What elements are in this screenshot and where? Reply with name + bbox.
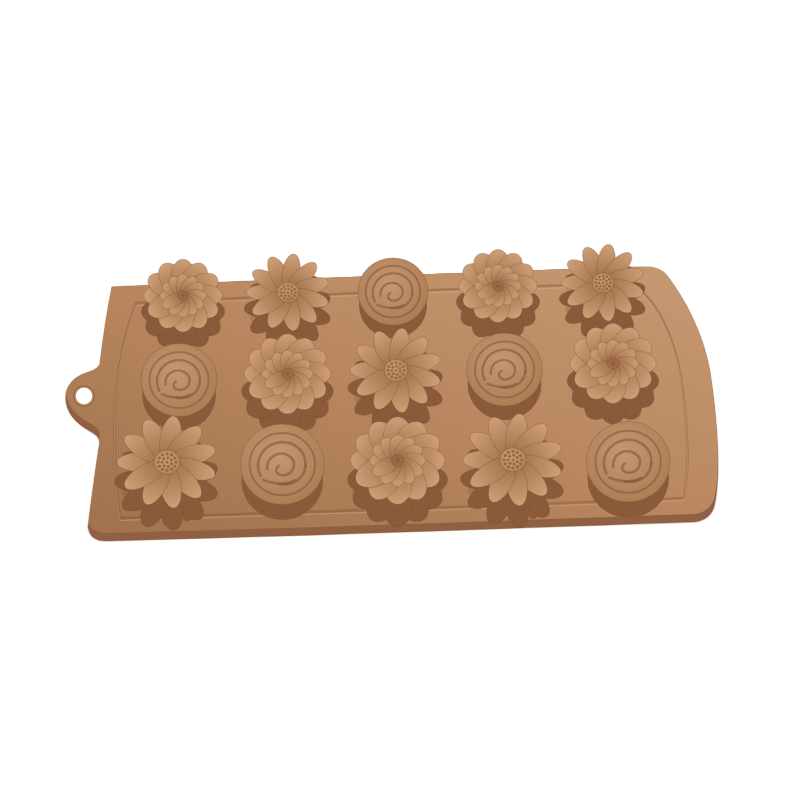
- chrysanthemum-center-dot: [285, 372, 289, 376]
- disk-dot: [174, 461, 177, 464]
- disk-dot: [508, 462, 511, 465]
- disk-dot: [161, 453, 164, 456]
- disk-dot: [170, 462, 173, 465]
- disk-dot: [598, 276, 601, 279]
- disk-dot: [392, 366, 395, 369]
- rose-top-face: [467, 333, 543, 406]
- disk-dot: [516, 451, 519, 454]
- disk-dot: [165, 469, 168, 472]
- mold-scene: [0, 0, 800, 800]
- disk-dot: [511, 458, 514, 461]
- disk-dot: [511, 466, 514, 469]
- disk-dot: [287, 284, 290, 287]
- disk-dot: [290, 293, 293, 296]
- disk-dot: [402, 373, 405, 376]
- disk-dot: [156, 461, 159, 464]
- disk-dot: [608, 285, 611, 288]
- cavity-r3c5-rose: [586, 421, 670, 517]
- disk-dot: [290, 285, 293, 288]
- disk-dot: [386, 369, 389, 372]
- disk-dot: [283, 297, 286, 300]
- disk-dot: [508, 455, 511, 458]
- disk-dot: [287, 291, 290, 294]
- disk-dot: [399, 376, 402, 379]
- disk-dot: [602, 278, 605, 281]
- base-knob: [142, 513, 151, 521]
- disk-dot: [161, 461, 164, 464]
- disk-dot: [502, 458, 505, 461]
- disk-dot: [504, 454, 507, 457]
- disk-dot: [163, 464, 166, 467]
- cavity-r2c1-rose: [141, 344, 217, 431]
- disk-dot: [165, 452, 168, 455]
- product-photo: [0, 0, 800, 800]
- disk-dot: [387, 365, 390, 368]
- disk-dot: [283, 291, 286, 294]
- disk-dot: [395, 369, 398, 372]
- disk-dot: [287, 287, 290, 290]
- disk-dot: [398, 367, 401, 370]
- hanging-hole: [75, 387, 94, 406]
- disk-dot: [403, 369, 406, 372]
- disk-dot: [504, 462, 507, 465]
- disk-dot: [170, 468, 173, 471]
- disk-dot: [511, 450, 514, 453]
- disk-dot: [387, 373, 390, 376]
- disk-dot: [605, 283, 608, 286]
- disk-dot: [284, 288, 287, 291]
- base-knob: [508, 515, 517, 523]
- disk-dot: [161, 468, 164, 471]
- rose-top-face: [141, 344, 217, 417]
- disk-dot: [287, 298, 290, 301]
- disk-dot: [595, 285, 598, 288]
- base-knob: [183, 513, 192, 521]
- disk-dot: [595, 278, 598, 281]
- base-knob: [163, 518, 172, 526]
- disk-dot: [520, 458, 523, 461]
- disk-dot: [519, 454, 522, 457]
- disk-dot: [170, 458, 173, 461]
- disk-dot: [165, 461, 168, 464]
- disk-dot: [513, 463, 516, 466]
- base-knob: [529, 510, 538, 518]
- disk-dot: [173, 465, 176, 468]
- cavity-r1c3-rose: [358, 258, 428, 338]
- disk-dot: [284, 294, 287, 297]
- disk-dot: [507, 451, 510, 454]
- disk-dot: [605, 280, 608, 283]
- cavity-r2c4-rose: [467, 333, 543, 420]
- disk-dot: [279, 291, 282, 294]
- base-knob: [488, 510, 497, 518]
- disk-dot: [506, 458, 509, 461]
- disk-dot: [283, 285, 286, 288]
- disk-dot: [602, 275, 605, 278]
- disk-dot: [392, 372, 395, 375]
- disk-dot: [399, 371, 402, 374]
- disk-dot: [516, 465, 519, 468]
- disk-dot: [167, 465, 170, 468]
- disk-dot: [602, 288, 605, 291]
- disk-dot: [396, 373, 399, 376]
- disk-dot: [608, 278, 611, 281]
- disk-dot: [602, 282, 605, 285]
- disk-dot: [599, 279, 602, 282]
- disk-dot: [390, 362, 393, 365]
- chrysanthemum-center-dot: [395, 458, 400, 462]
- disk-dot: [290, 289, 293, 292]
- cavity-r3c2-rose: [240, 424, 324, 520]
- rose-top-face: [586, 421, 670, 502]
- disk-dot: [158, 456, 161, 459]
- disk-dot: [598, 282, 601, 285]
- disk-dot: [162, 457, 165, 460]
- disk-dot: [507, 465, 510, 468]
- disk-dot: [402, 365, 405, 368]
- disk-dot: [603, 285, 606, 288]
- disk-dot: [280, 288, 283, 291]
- chrysanthemum-center-dot: [496, 284, 500, 288]
- chrysanthemum-center-dot: [611, 361, 615, 365]
- rose-top-face: [358, 258, 428, 325]
- disk-dot: [395, 365, 398, 368]
- disk-dot: [280, 295, 283, 298]
- disk-dot: [512, 454, 515, 457]
- rose-top-face: [240, 424, 324, 505]
- disk-dot: [170, 453, 173, 456]
- disk-dot: [519, 462, 522, 465]
- disk-dot: [294, 291, 297, 294]
- disk-dot: [293, 295, 296, 298]
- disk-dot: [395, 361, 398, 364]
- disk-dot: [516, 460, 519, 463]
- disk-dot: [290, 297, 293, 300]
- disk-dot: [390, 376, 393, 379]
- disk-dot: [158, 465, 161, 468]
- disk-dot: [173, 456, 176, 459]
- disk-dot: [288, 295, 291, 298]
- disk-dot: [395, 377, 398, 380]
- disk-dot: [594, 282, 597, 285]
- disk-dot: [515, 456, 518, 459]
- disk-dot: [605, 276, 608, 279]
- disk-dot: [166, 456, 169, 459]
- disk-dot: [609, 282, 612, 285]
- disk-dot: [605, 287, 608, 290]
- disk-dot: [293, 288, 296, 291]
- disk-dot: [598, 287, 601, 290]
- chrysanthemum-center-dot: [181, 294, 185, 298]
- disk-dot: [599, 285, 602, 288]
- disk-dot: [390, 369, 393, 372]
- disk-dot: [399, 362, 402, 365]
